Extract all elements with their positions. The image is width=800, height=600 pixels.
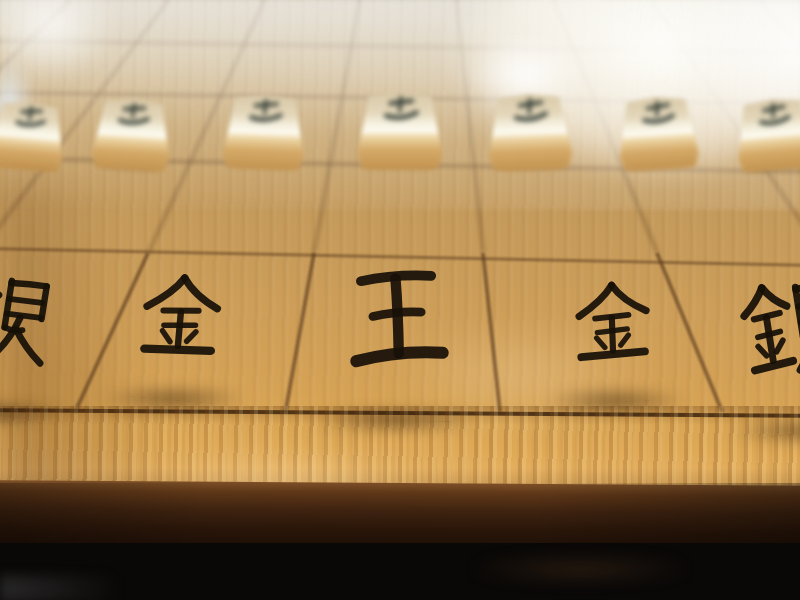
- piece-pawn-file8[interactable]: 歩: [0, 99, 70, 174]
- kanji-歩-glyph: [109, 100, 158, 131]
- kanji-歩-glyph: [374, 95, 426, 126]
- shogi-photo-scene: 歩歩歩歩歩歩歩 銀金王金銀: [0, 0, 800, 600]
- table-reflection: [430, 552, 730, 586]
- kanji-歩-glyph: [240, 97, 290, 129]
- piece-gold-right[interactable]: 金: [529, 264, 696, 406]
- kanji-歩-glyph: [749, 100, 798, 133]
- piece-pawn-file6[interactable]: 歩: [219, 94, 310, 172]
- piece-king[interactable]: 王: [300, 245, 494, 422]
- piece-pawn-file4[interactable]: 歩: [483, 92, 576, 172]
- kanji-王-glyph: [331, 257, 463, 378]
- piece-pawn-file7[interactable]: 歩: [88, 96, 176, 172]
- kanji-金-glyph: [122, 267, 237, 368]
- board-front-edge: [0, 480, 800, 552]
- piece-pawn-file2[interactable]: 歩: [730, 95, 800, 173]
- kanji-歩-glyph: [503, 96, 554, 128]
- piece-gold-left[interactable]: 金: [92, 253, 267, 407]
- table-corner-highlight: [0, 576, 120, 600]
- piece-pawn-file5[interactable]: 歩: [354, 92, 446, 170]
- shogi-board: 歩歩歩歩歩歩歩 銀金王金銀: [0, 0, 800, 492]
- kanji-金-glyph: [558, 277, 667, 369]
- kanji-歩-glyph: [632, 98, 682, 130]
- kanji-歩-glyph: [6, 103, 53, 134]
- piece-pawn-file3[interactable]: 歩: [613, 94, 703, 172]
